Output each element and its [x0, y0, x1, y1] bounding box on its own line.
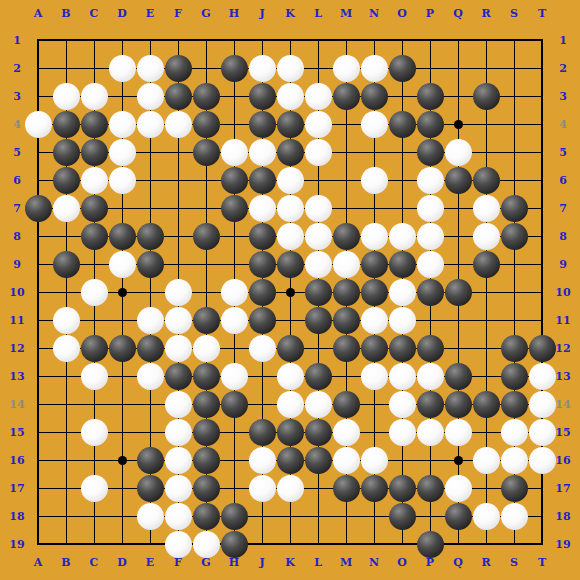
coordinate-label-col-top: R [478, 8, 494, 19]
white-stone[interactable] [333, 447, 360, 474]
coordinate-label-row-right: 10 [552, 287, 574, 298]
black-stone[interactable] [53, 139, 80, 166]
coordinate-label-row-right: 9 [552, 259, 574, 270]
white-stone[interactable] [361, 111, 388, 138]
white-stone[interactable] [81, 363, 108, 390]
black-stone[interactable] [333, 475, 360, 502]
white-stone[interactable] [417, 251, 444, 278]
black-stone[interactable] [81, 111, 108, 138]
white-stone[interactable] [361, 223, 388, 250]
white-stone[interactable] [417, 195, 444, 222]
black-stone[interactable] [221, 195, 248, 222]
black-stone[interactable] [249, 307, 276, 334]
coordinate-label-col-top: A [30, 8, 46, 19]
coordinate-label-col-bottom: H [226, 557, 242, 568]
black-stone[interactable] [277, 447, 304, 474]
black-stone[interactable] [389, 335, 416, 362]
white-stone[interactable] [333, 251, 360, 278]
coordinate-label-row-left: 19 [6, 539, 28, 550]
black-stone[interactable] [501, 223, 528, 250]
white-stone[interactable] [137, 83, 164, 110]
white-stone[interactable] [501, 447, 528, 474]
go-board: AABBCCDDEEFFGGHHJJKKLLMMNNOOPPQQRRSSTT11… [0, 0, 580, 580]
white-stone[interactable] [165, 447, 192, 474]
grid-line [37, 320, 543, 321]
white-stone[interactable] [389, 223, 416, 250]
black-stone[interactable] [249, 83, 276, 110]
black-stone[interactable] [417, 83, 444, 110]
white-stone[interactable] [277, 195, 304, 222]
coordinate-label-row-right: 4 [552, 119, 574, 130]
black-stone[interactable] [305, 419, 332, 446]
white-stone[interactable] [277, 167, 304, 194]
black-stone[interactable] [473, 167, 500, 194]
coordinate-label-row-right: 15 [552, 427, 574, 438]
coordinate-label-row-right: 2 [552, 63, 574, 74]
black-stone[interactable] [137, 223, 164, 250]
black-stone[interactable] [333, 391, 360, 418]
white-stone[interactable] [137, 307, 164, 334]
white-stone[interactable] [249, 139, 276, 166]
black-stone[interactable] [333, 223, 360, 250]
black-stone[interactable] [53, 167, 80, 194]
black-stone[interactable] [137, 251, 164, 278]
white-stone[interactable] [361, 167, 388, 194]
white-stone[interactable] [137, 503, 164, 530]
coordinate-label-row-left: 16 [6, 455, 28, 466]
coordinate-label-row-right: 5 [552, 147, 574, 158]
black-stone[interactable] [305, 363, 332, 390]
black-stone[interactable] [137, 475, 164, 502]
black-stone[interactable] [53, 251, 80, 278]
coordinate-label-col-bottom: C [86, 557, 102, 568]
coordinate-label-col-bottom: D [114, 557, 130, 568]
white-stone[interactable] [277, 475, 304, 502]
white-stone[interactable] [249, 195, 276, 222]
coordinate-label-col-bottom: E [142, 557, 158, 568]
black-stone[interactable] [193, 475, 220, 502]
coordinate-label-row-right: 19 [552, 539, 574, 550]
white-stone[interactable] [193, 531, 220, 558]
black-stone[interactable] [277, 111, 304, 138]
coordinate-label-col-top: G [198, 8, 214, 19]
coordinate-label-col-bottom: S [506, 557, 522, 568]
coordinate-label-row-left: 12 [6, 343, 28, 354]
white-stone[interactable] [109, 139, 136, 166]
black-stone[interactable] [249, 111, 276, 138]
coordinate-label-col-top: L [310, 8, 326, 19]
coordinate-label-row-left: 7 [6, 203, 28, 214]
coordinate-label-col-bottom: N [366, 557, 382, 568]
black-stone[interactable] [249, 167, 276, 194]
star-point [118, 288, 127, 297]
coordinate-label-col-bottom: L [310, 557, 326, 568]
black-stone[interactable] [277, 251, 304, 278]
coordinate-label-row-left: 14 [6, 399, 28, 410]
white-stone[interactable] [53, 195, 80, 222]
black-stone[interactable] [249, 419, 276, 446]
black-stone[interactable] [277, 139, 304, 166]
black-stone[interactable] [277, 419, 304, 446]
black-stone[interactable] [53, 111, 80, 138]
white-stone[interactable] [417, 419, 444, 446]
coordinate-label-row-left: 4 [6, 119, 28, 130]
white-stone[interactable] [277, 391, 304, 418]
star-point [118, 456, 127, 465]
coordinate-label-col-top: E [142, 8, 158, 19]
black-stone[interactable] [81, 195, 108, 222]
white-stone[interactable] [109, 111, 136, 138]
white-stone[interactable] [501, 419, 528, 446]
black-stone[interactable] [501, 195, 528, 222]
black-stone[interactable] [445, 391, 472, 418]
coordinate-label-row-left: 6 [6, 175, 28, 186]
white-stone[interactable] [333, 419, 360, 446]
coordinate-label-row-left: 2 [6, 63, 28, 74]
black-stone[interactable] [25, 195, 52, 222]
white-stone[interactable] [81, 167, 108, 194]
white-stone[interactable] [249, 335, 276, 362]
white-stone[interactable] [81, 279, 108, 306]
white-stone[interactable] [305, 83, 332, 110]
white-stone[interactable] [53, 335, 80, 362]
white-stone[interactable] [221, 307, 248, 334]
white-stone[interactable] [81, 419, 108, 446]
black-stone[interactable] [333, 307, 360, 334]
white-stone[interactable] [305, 251, 332, 278]
black-stone[interactable] [277, 335, 304, 362]
coordinate-label-row-left: 18 [6, 511, 28, 522]
white-stone[interactable] [473, 195, 500, 222]
coordinate-label-col-bottom: F [170, 557, 186, 568]
black-stone[interactable] [249, 223, 276, 250]
coordinate-label-col-bottom: Q [450, 557, 466, 568]
white-stone[interactable] [109, 167, 136, 194]
coordinate-label-col-top: C [86, 8, 102, 19]
white-stone[interactable] [305, 139, 332, 166]
coordinate-label-col-top: O [394, 8, 410, 19]
white-stone[interactable] [277, 223, 304, 250]
white-stone[interactable] [473, 223, 500, 250]
white-stone[interactable] [417, 223, 444, 250]
white-stone[interactable] [53, 307, 80, 334]
coordinate-label-col-bottom: J [254, 557, 270, 568]
white-stone[interactable] [445, 475, 472, 502]
black-stone[interactable] [109, 335, 136, 362]
coordinate-label-col-top: J [254, 8, 270, 19]
coordinate-label-col-bottom: K [282, 557, 298, 568]
black-stone[interactable] [389, 55, 416, 82]
coordinate-label-col-top: K [282, 8, 298, 19]
white-stone[interactable] [389, 363, 416, 390]
black-stone[interactable] [417, 335, 444, 362]
coordinate-label-row-right: 18 [552, 511, 574, 522]
white-stone[interactable] [333, 55, 360, 82]
black-stone[interactable] [137, 335, 164, 362]
white-stone[interactable] [305, 223, 332, 250]
white-stone[interactable] [473, 447, 500, 474]
white-stone[interactable] [165, 279, 192, 306]
white-stone[interactable] [221, 279, 248, 306]
black-stone[interactable] [473, 83, 500, 110]
coordinate-label-row-left: 17 [6, 483, 28, 494]
coordinate-label-row-right: 11 [552, 315, 574, 326]
coordinate-label-col-top: B [58, 8, 74, 19]
black-stone[interactable] [473, 391, 500, 418]
black-stone[interactable] [501, 391, 528, 418]
coordinate-label-row-right: 17 [552, 483, 574, 494]
white-stone[interactable] [305, 195, 332, 222]
white-stone[interactable] [389, 419, 416, 446]
coordinate-label-row-left: 11 [6, 315, 28, 326]
white-stone[interactable] [165, 475, 192, 502]
coordinate-label-row-left: 10 [6, 287, 28, 298]
white-stone[interactable] [109, 251, 136, 278]
white-stone[interactable] [277, 363, 304, 390]
black-stone[interactable] [333, 335, 360, 362]
black-stone[interactable] [417, 139, 444, 166]
black-stone[interactable] [417, 279, 444, 306]
coordinate-label-col-top: N [366, 8, 382, 19]
coordinate-label-col-top: Q [450, 8, 466, 19]
black-stone[interactable] [193, 419, 220, 446]
black-stone[interactable] [445, 279, 472, 306]
star-point [286, 288, 295, 297]
white-stone[interactable] [473, 503, 500, 530]
coordinate-label-col-top: T [534, 8, 550, 19]
black-stone[interactable] [137, 447, 164, 474]
black-stone[interactable] [221, 503, 248, 530]
coordinate-label-col-bottom: T [534, 557, 550, 568]
black-stone[interactable] [361, 83, 388, 110]
black-stone[interactable] [417, 391, 444, 418]
white-stone[interactable] [361, 307, 388, 334]
black-stone[interactable] [501, 363, 528, 390]
coordinate-label-row-right: 1 [552, 35, 574, 46]
coordinate-label-col-bottom: O [394, 557, 410, 568]
coordinate-label-row-left: 5 [6, 147, 28, 158]
black-stone[interactable] [333, 279, 360, 306]
white-stone[interactable] [109, 55, 136, 82]
star-point [454, 120, 463, 129]
black-stone[interactable] [389, 251, 416, 278]
coordinate-label-col-top: M [338, 8, 354, 19]
coordinate-label-col-bottom: M [338, 557, 354, 568]
black-stone[interactable] [193, 307, 220, 334]
coordinate-label-row-right: 7 [552, 203, 574, 214]
black-stone[interactable] [361, 251, 388, 278]
black-stone[interactable] [81, 335, 108, 362]
coordinate-label-row-left: 13 [6, 371, 28, 382]
white-stone[interactable] [165, 391, 192, 418]
white-stone[interactable] [361, 447, 388, 474]
white-stone[interactable] [249, 475, 276, 502]
white-stone[interactable] [25, 111, 52, 138]
white-stone[interactable] [137, 111, 164, 138]
black-stone[interactable] [501, 335, 528, 362]
black-stone[interactable] [445, 503, 472, 530]
white-stone[interactable] [165, 531, 192, 558]
white-stone[interactable] [277, 55, 304, 82]
white-stone[interactable] [193, 335, 220, 362]
black-stone[interactable] [305, 447, 332, 474]
white-stone[interactable] [165, 503, 192, 530]
white-stone[interactable] [53, 83, 80, 110]
black-stone[interactable] [361, 335, 388, 362]
black-stone[interactable] [193, 447, 220, 474]
black-stone[interactable] [193, 139, 220, 166]
coordinate-label-col-bottom: A [30, 557, 46, 568]
white-stone[interactable] [165, 335, 192, 362]
coordinate-label-col-top: F [170, 8, 186, 19]
black-stone[interactable] [193, 391, 220, 418]
black-stone[interactable] [389, 475, 416, 502]
black-stone[interactable] [221, 531, 248, 558]
white-stone[interactable] [221, 363, 248, 390]
black-stone[interactable] [333, 83, 360, 110]
white-stone[interactable] [389, 307, 416, 334]
white-stone[interactable] [249, 55, 276, 82]
black-stone[interactable] [221, 55, 248, 82]
black-stone[interactable] [445, 167, 472, 194]
white-stone[interactable] [249, 447, 276, 474]
coordinate-label-row-right: 8 [552, 231, 574, 242]
black-stone[interactable] [81, 223, 108, 250]
coordinate-label-row-left: 1 [6, 35, 28, 46]
white-stone[interactable] [445, 419, 472, 446]
coordinate-label-row-right: 14 [552, 399, 574, 410]
white-stone[interactable] [389, 279, 416, 306]
black-stone[interactable] [109, 223, 136, 250]
white-stone[interactable] [361, 55, 388, 82]
coordinate-label-row-left: 3 [6, 91, 28, 102]
coordinate-label-row-left: 9 [6, 259, 28, 270]
coordinate-label-row-right: 13 [552, 371, 574, 382]
black-stone[interactable] [221, 167, 248, 194]
coordinate-label-col-bottom: P [422, 557, 438, 568]
black-stone[interactable] [221, 391, 248, 418]
coordinate-label-col-bottom: B [58, 557, 74, 568]
coordinate-label-col-top: P [422, 8, 438, 19]
black-stone[interactable] [417, 475, 444, 502]
white-stone[interactable] [417, 363, 444, 390]
black-stone[interactable] [193, 223, 220, 250]
black-stone[interactable] [193, 83, 220, 110]
coordinate-label-row-right: 3 [552, 91, 574, 102]
white-stone[interactable] [165, 111, 192, 138]
black-stone[interactable] [165, 55, 192, 82]
white-stone[interactable] [305, 391, 332, 418]
black-stone[interactable] [361, 475, 388, 502]
black-stone[interactable] [305, 307, 332, 334]
black-stone[interactable] [165, 363, 192, 390]
white-stone[interactable] [501, 503, 528, 530]
coordinate-label-col-bottom: R [478, 557, 494, 568]
white-stone[interactable] [221, 139, 248, 166]
black-stone[interactable] [305, 279, 332, 306]
black-stone[interactable] [417, 531, 444, 558]
black-stone[interactable] [361, 279, 388, 306]
coordinate-label-col-top: S [506, 8, 522, 19]
black-stone[interactable] [445, 363, 472, 390]
coordinate-label-row-right: 12 [552, 343, 574, 354]
black-stone[interactable] [389, 111, 416, 138]
coordinate-label-col-bottom: G [198, 557, 214, 568]
black-stone[interactable] [249, 251, 276, 278]
white-stone[interactable] [305, 111, 332, 138]
black-stone[interactable] [473, 251, 500, 278]
star-point [454, 456, 463, 465]
black-stone[interactable] [501, 475, 528, 502]
coordinate-label-col-top: H [226, 8, 242, 19]
white-stone[interactable] [81, 475, 108, 502]
coordinate-label-row-right: 6 [552, 175, 574, 186]
white-stone[interactable] [165, 419, 192, 446]
white-stone[interactable] [389, 391, 416, 418]
black-stone[interactable] [193, 503, 220, 530]
black-stone[interactable] [193, 111, 220, 138]
white-stone[interactable] [81, 83, 108, 110]
grid-line [37, 543, 543, 545]
white-stone[interactable] [137, 55, 164, 82]
black-stone[interactable] [417, 111, 444, 138]
white-stone[interactable] [361, 363, 388, 390]
black-stone[interactable] [249, 279, 276, 306]
black-stone[interactable] [81, 139, 108, 166]
black-stone[interactable] [389, 503, 416, 530]
white-stone[interactable] [277, 83, 304, 110]
coordinate-label-row-left: 8 [6, 231, 28, 242]
white-stone[interactable] [445, 139, 472, 166]
black-stone[interactable] [165, 83, 192, 110]
white-stone[interactable] [137, 363, 164, 390]
white-stone[interactable] [417, 167, 444, 194]
coordinate-label-col-top: D [114, 8, 130, 19]
coordinate-label-row-left: 15 [6, 427, 28, 438]
black-stone[interactable] [193, 363, 220, 390]
white-stone[interactable] [165, 307, 192, 334]
coordinate-label-row-right: 16 [552, 455, 574, 466]
